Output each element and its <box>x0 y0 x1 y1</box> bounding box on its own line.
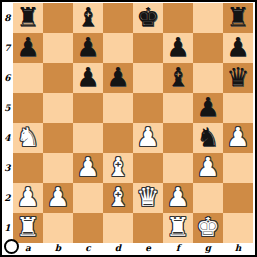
square-e3[interactable] <box>133 153 163 183</box>
white-to-move-indicator <box>4 239 19 254</box>
square-d5[interactable] <box>103 93 133 123</box>
white-pawn-h4[interactable]: ♟ <box>223 123 253 153</box>
rank-label-2: 2 <box>2 183 13 213</box>
black-pawn-d6[interactable]: ♟ <box>103 63 133 93</box>
black-bishop-f6[interactable]: ♝ <box>163 63 193 93</box>
square-h8[interactable]: ♜ <box>223 3 253 33</box>
square-d3[interactable]: ♝ <box>103 153 133 183</box>
chess-board[interactable]: ♜♝♚♜♟♟♟♟♟♟♝♛♟♞♟♞♟♟♝♟♟♟♝♛♟♜♜♚ <box>13 3 253 243</box>
black-knight-g4[interactable]: ♞ <box>193 123 223 153</box>
square-a3[interactable] <box>13 153 43 183</box>
square-d4[interactable] <box>103 123 133 153</box>
rank-label-4: 4 <box>2 123 13 153</box>
square-b6[interactable] <box>43 63 73 93</box>
white-pawn-c3[interactable]: ♟ <box>73 153 103 183</box>
white-pawn-f2[interactable]: ♟ <box>163 183 193 213</box>
rank-label-6: 6 <box>2 63 13 93</box>
file-label-c: c <box>73 243 103 255</box>
white-bishop-d3[interactable]: ♝ <box>103 153 133 183</box>
black-king-e8[interactable]: ♚ <box>133 3 163 33</box>
rank-label-8: 8 <box>2 3 13 33</box>
file-label-g: g <box>193 243 223 255</box>
square-h2[interactable] <box>223 183 253 213</box>
square-f2[interactable]: ♟ <box>163 183 193 213</box>
black-pawn-c6[interactable]: ♟ <box>73 63 103 93</box>
square-d1[interactable] <box>103 213 133 243</box>
square-c8[interactable]: ♝ <box>73 3 103 33</box>
rank-label-3: 3 <box>2 153 13 183</box>
square-e2[interactable]: ♛ <box>133 183 163 213</box>
white-knight-a4[interactable]: ♞ <box>13 123 43 153</box>
file-label-f: f <box>163 243 193 255</box>
square-f5[interactable] <box>163 93 193 123</box>
square-g2[interactable] <box>193 183 223 213</box>
square-c1[interactable] <box>73 213 103 243</box>
square-a7[interactable]: ♟ <box>13 33 43 63</box>
square-f6[interactable]: ♝ <box>163 63 193 93</box>
black-pawn-g5[interactable]: ♟ <box>193 93 223 123</box>
square-d6[interactable]: ♟ <box>103 63 133 93</box>
square-a8[interactable]: ♜ <box>13 3 43 33</box>
square-a2[interactable]: ♟ <box>13 183 43 213</box>
white-pawn-g3[interactable]: ♟ <box>193 153 223 183</box>
square-b4[interactable] <box>43 123 73 153</box>
square-e6[interactable] <box>133 63 163 93</box>
square-c5[interactable] <box>73 93 103 123</box>
white-bishop-d2[interactable]: ♝ <box>103 183 133 213</box>
square-c6[interactable]: ♟ <box>73 63 103 93</box>
white-pawn-b2[interactable]: ♟ <box>43 183 73 213</box>
square-b3[interactable] <box>43 153 73 183</box>
square-g7[interactable] <box>193 33 223 63</box>
square-f4[interactable] <box>163 123 193 153</box>
square-b5[interactable] <box>43 93 73 123</box>
square-g3[interactable]: ♟ <box>193 153 223 183</box>
square-h7[interactable]: ♟ <box>223 33 253 63</box>
diagram-background: 87654321 ♜♝♚♜♟♟♟♟♟♟♝♛♟♞♟♞♟♟♝♟♟♟♝♛♟♜♜♚ ab… <box>2 2 255 255</box>
square-b7[interactable] <box>43 33 73 63</box>
square-g1[interactable]: ♚ <box>193 213 223 243</box>
square-e5[interactable] <box>133 93 163 123</box>
square-a6[interactable] <box>13 63 43 93</box>
white-rook-a1[interactable]: ♜ <box>13 213 43 243</box>
file-label-e: e <box>133 243 163 255</box>
square-e4[interactable]: ♟ <box>133 123 163 153</box>
black-rook-a8[interactable]: ♜ <box>13 3 43 33</box>
square-f7[interactable]: ♟ <box>163 33 193 63</box>
square-f8[interactable] <box>163 3 193 33</box>
square-b8[interactable] <box>43 3 73 33</box>
square-h1[interactable] <box>223 213 253 243</box>
square-d2[interactable]: ♝ <box>103 183 133 213</box>
black-rook-h8[interactable]: ♜ <box>223 3 253 33</box>
square-g5[interactable]: ♟ <box>193 93 223 123</box>
chess-diagram: 87654321 ♜♝♚♜♟♟♟♟♟♟♝♛♟♞♟♞♟♟♝♟♟♟♝♛♟♜♜♚ ab… <box>0 0 257 257</box>
square-c4[interactable] <box>73 123 103 153</box>
black-pawn-a7[interactable]: ♟ <box>13 33 43 63</box>
square-c3[interactable]: ♟ <box>73 153 103 183</box>
square-h5[interactable] <box>223 93 253 123</box>
square-h4[interactable]: ♟ <box>223 123 253 153</box>
white-rook-f1[interactable]: ♜ <box>163 213 193 243</box>
black-pawn-f7[interactable]: ♟ <box>163 33 193 63</box>
square-a4[interactable]: ♞ <box>13 123 43 153</box>
square-b2[interactable]: ♟ <box>43 183 73 213</box>
file-label-d: d <box>103 243 133 255</box>
square-h3[interactable] <box>223 153 253 183</box>
black-queen-h6[interactable]: ♛ <box>223 63 253 93</box>
white-pawn-a2[interactable]: ♟ <box>13 183 43 213</box>
file-label-h: h <box>223 243 253 255</box>
square-d7[interactable] <box>103 33 133 63</box>
rank-label-7: 7 <box>2 33 13 63</box>
square-b1[interactable] <box>43 213 73 243</box>
black-pawn-c7[interactable]: ♟ <box>73 33 103 63</box>
square-d8[interactable] <box>103 3 133 33</box>
black-bishop-c8[interactable]: ♝ <box>73 3 103 33</box>
square-f1[interactable]: ♜ <box>163 213 193 243</box>
rank-labels: 87654321 <box>2 3 13 243</box>
square-g8[interactable] <box>193 3 223 33</box>
black-pawn-h7[interactable]: ♟ <box>223 33 253 63</box>
square-c7[interactable]: ♟ <box>73 33 103 63</box>
square-e7[interactable] <box>133 33 163 63</box>
white-pawn-e4[interactable]: ♟ <box>133 123 163 153</box>
square-g4[interactable]: ♞ <box>193 123 223 153</box>
square-e8[interactable]: ♚ <box>133 3 163 33</box>
file-labels: abcdefgh <box>13 243 253 255</box>
square-f3[interactable] <box>163 153 193 183</box>
square-a5[interactable] <box>13 93 43 123</box>
square-a1[interactable]: ♜ <box>13 213 43 243</box>
square-e1[interactable] <box>133 213 163 243</box>
rank-label-5: 5 <box>2 93 13 123</box>
file-label-b: b <box>43 243 73 255</box>
white-king-g1[interactable]: ♚ <box>193 213 223 243</box>
square-c2[interactable] <box>73 183 103 213</box>
square-g6[interactable] <box>193 63 223 93</box>
white-queen-e2[interactable]: ♛ <box>133 183 163 213</box>
square-h6[interactable]: ♛ <box>223 63 253 93</box>
